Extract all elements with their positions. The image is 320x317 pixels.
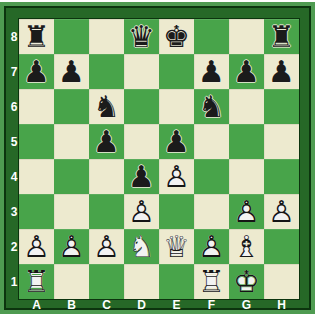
- piece-white-pawn-h3: ♟♙: [264, 194, 299, 229]
- square-d5: [124, 124, 159, 159]
- square-h5: [264, 124, 299, 159]
- black-piece-glyph: ♟: [124, 159, 159, 194]
- black-piece-glyph: ♞: [89, 89, 124, 124]
- white-piece-outline: ♖: [19, 264, 54, 299]
- white-piece-outline: ♕: [159, 229, 194, 264]
- square-f8: [194, 19, 229, 54]
- piece-black-pawn-c5: ♟: [89, 124, 124, 159]
- piece-white-pawn-g3: ♟♙: [229, 194, 264, 229]
- piece-black-pawn-g7: ♟: [229, 54, 264, 89]
- black-piece-glyph: ♛: [124, 19, 159, 54]
- square-a5: [19, 124, 54, 159]
- square-e2: ♛♕: [159, 229, 194, 264]
- square-b7: ♟: [54, 54, 89, 89]
- square-e7: [159, 54, 194, 89]
- piece-black-knight-f6: ♞: [194, 89, 229, 124]
- piece-white-knight-d2: ♞♘: [124, 229, 159, 264]
- square-d3: ♟♙: [124, 194, 159, 229]
- square-f3: [194, 194, 229, 229]
- white-piece-outline: ♖: [194, 264, 229, 299]
- piece-black-knight-c6: ♞: [89, 89, 124, 124]
- square-b2: ♟♙: [54, 229, 89, 264]
- black-piece-glyph: ♟: [264, 54, 299, 89]
- square-d8: ♛: [124, 19, 159, 54]
- square-f7: ♟: [194, 54, 229, 89]
- square-g4: [229, 159, 264, 194]
- piece-black-pawn-e5: ♟: [159, 124, 194, 159]
- file-label-a: A: [19, 299, 54, 311]
- square-d6: [124, 89, 159, 124]
- white-piece-outline: ♔: [229, 264, 264, 299]
- square-a3: [19, 194, 54, 229]
- square-f5: [194, 124, 229, 159]
- file-label-e: E: [159, 299, 194, 311]
- file-label-g: G: [229, 299, 264, 311]
- square-c4: [89, 159, 124, 194]
- black-piece-glyph: ♟: [229, 54, 264, 89]
- square-c2: ♟♙: [89, 229, 124, 264]
- black-piece-glyph: ♟: [194, 54, 229, 89]
- piece-black-king-e8: ♚: [159, 19, 194, 54]
- square-h7: ♟: [264, 54, 299, 89]
- square-f2: ♟♙: [194, 229, 229, 264]
- square-a2: ♟♙: [19, 229, 54, 264]
- square-c6: ♞: [89, 89, 124, 124]
- square-d1: [124, 264, 159, 299]
- square-b1: [54, 264, 89, 299]
- square-h1: [264, 264, 299, 299]
- white-piece-outline: ♘: [124, 229, 159, 264]
- square-g8: [229, 19, 264, 54]
- piece-black-rook-a8: ♜: [19, 19, 54, 54]
- black-piece-glyph: ♟: [89, 124, 124, 159]
- square-h6: [264, 89, 299, 124]
- square-c8: [89, 19, 124, 54]
- piece-white-rook-f1: ♜♖: [194, 264, 229, 299]
- square-g2: ♝♗: [229, 229, 264, 264]
- piece-white-pawn-e4: ♟♙: [159, 159, 194, 194]
- square-a6: [19, 89, 54, 124]
- white-piece-outline: ♙: [89, 229, 124, 264]
- square-e6: [159, 89, 194, 124]
- square-b3: [54, 194, 89, 229]
- square-g1: ♚♔: [229, 264, 264, 299]
- square-e3: [159, 194, 194, 229]
- piece-white-pawn-b2: ♟♙: [54, 229, 89, 264]
- square-e1: [159, 264, 194, 299]
- square-h3: ♟♙: [264, 194, 299, 229]
- square-e8: ♚: [159, 19, 194, 54]
- square-g7: ♟: [229, 54, 264, 89]
- file-label-h: H: [264, 299, 299, 311]
- square-h2: [264, 229, 299, 264]
- square-c3: [89, 194, 124, 229]
- square-d7: [124, 54, 159, 89]
- black-piece-glyph: ♟: [19, 54, 54, 89]
- piece-black-rook-h8: ♜: [264, 19, 299, 54]
- file-label-c: C: [89, 299, 124, 311]
- piece-white-pawn-f2: ♟♙: [194, 229, 229, 264]
- piece-white-pawn-c2: ♟♙: [89, 229, 124, 264]
- white-piece-outline: ♗: [229, 229, 264, 264]
- black-piece-glyph: ♜: [264, 19, 299, 54]
- square-f6: ♞: [194, 89, 229, 124]
- white-piece-outline: ♙: [159, 159, 194, 194]
- white-piece-outline: ♙: [124, 194, 159, 229]
- square-d4: ♟: [124, 159, 159, 194]
- square-c7: [89, 54, 124, 89]
- piece-black-pawn-a7: ♟: [19, 54, 54, 89]
- square-a7: ♟: [19, 54, 54, 89]
- square-h4: [264, 159, 299, 194]
- file-labels: ABCDEFGH: [19, 299, 299, 311]
- square-b8: [54, 19, 89, 54]
- white-piece-outline: ♙: [194, 229, 229, 264]
- black-piece-glyph: ♚: [159, 19, 194, 54]
- square-a1: ♜♖: [19, 264, 54, 299]
- piece-black-pawn-f7: ♟: [194, 54, 229, 89]
- page-background: 87654321 ♜♛♚♜♟♟♟♟♟♞♞♟♟♟♟♙♟♙♟♙♟♙♟♙♟♙♟♙♞♘♛…: [0, 0, 320, 317]
- square-e5: ♟: [159, 124, 194, 159]
- white-piece-outline: ♙: [54, 229, 89, 264]
- black-piece-glyph: ♟: [159, 124, 194, 159]
- piece-white-pawn-d3: ♟♙: [124, 194, 159, 229]
- square-h8: ♜: [264, 19, 299, 54]
- board-frame: 87654321 ♜♛♚♜♟♟♟♟♟♞♞♟♟♟♟♙♟♙♟♙♟♙♟♙♟♙♟♙♞♘♛…: [0, 2, 315, 314]
- piece-black-pawn-h7: ♟: [264, 54, 299, 89]
- piece-black-pawn-b7: ♟: [54, 54, 89, 89]
- square-c1: [89, 264, 124, 299]
- square-a4: [19, 159, 54, 194]
- file-label-f: F: [194, 299, 229, 311]
- piece-black-pawn-d4: ♟: [124, 159, 159, 194]
- square-b6: [54, 89, 89, 124]
- chess-board: ♜♛♚♜♟♟♟♟♟♞♞♟♟♟♟♙♟♙♟♙♟♙♟♙♟♙♟♙♞♘♛♕♟♙♝♗♜♖♜♖…: [19, 19, 299, 299]
- piece-white-bishop-g2: ♝♗: [229, 229, 264, 264]
- black-piece-glyph: ♜: [19, 19, 54, 54]
- white-piece-outline: ♙: [229, 194, 264, 229]
- piece-white-rook-a1: ♜♖: [19, 264, 54, 299]
- square-b4: [54, 159, 89, 194]
- white-piece-outline: ♙: [19, 229, 54, 264]
- square-g5: [229, 124, 264, 159]
- piece-black-queen-d8: ♛: [124, 19, 159, 54]
- square-b5: [54, 124, 89, 159]
- square-g3: ♟♙: [229, 194, 264, 229]
- square-f1: ♜♖: [194, 264, 229, 299]
- square-a8: ♜: [19, 19, 54, 54]
- black-piece-glyph: ♞: [194, 89, 229, 124]
- piece-white-king-g1: ♚♔: [229, 264, 264, 299]
- white-piece-outline: ♙: [264, 194, 299, 229]
- file-label-d: D: [124, 299, 159, 311]
- square-g6: [229, 89, 264, 124]
- piece-white-queen-e2: ♛♕: [159, 229, 194, 264]
- square-c5: ♟: [89, 124, 124, 159]
- file-label-b: B: [54, 299, 89, 311]
- square-d2: ♞♘: [124, 229, 159, 264]
- black-piece-glyph: ♟: [54, 54, 89, 89]
- square-f4: [194, 159, 229, 194]
- piece-white-pawn-a2: ♟♙: [19, 229, 54, 264]
- square-e4: ♟♙: [159, 159, 194, 194]
